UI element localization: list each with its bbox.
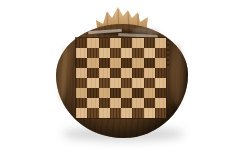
board-square [110, 88, 121, 98]
board-square [144, 98, 155, 108]
pin-dot [167, 64, 169, 66]
board-square [132, 68, 143, 78]
board-square [132, 108, 143, 118]
board-square [132, 88, 143, 98]
pin-dot [167, 39, 169, 41]
board-square [110, 58, 121, 68]
board-square [132, 48, 143, 58]
board-square [87, 48, 98, 58]
board-square [99, 88, 110, 98]
pin-dot [167, 54, 169, 56]
board-square [76, 98, 87, 108]
board-square [76, 68, 87, 78]
board-square [87, 38, 98, 48]
board-square [87, 68, 98, 78]
board-square [155, 98, 166, 108]
board-square [132, 78, 143, 88]
pin-dot [167, 59, 169, 61]
board-square [87, 78, 98, 88]
board-square [87, 108, 98, 118]
board-square [144, 38, 155, 48]
board-square [99, 98, 110, 108]
board-square [76, 88, 87, 98]
board-square [155, 48, 166, 58]
crown-base-shadow [95, 30, 149, 36]
board-square [144, 108, 155, 118]
board-square [155, 88, 166, 98]
board-square [110, 78, 121, 88]
board-square [99, 108, 110, 118]
board-square [155, 78, 166, 88]
board-square [121, 98, 132, 108]
board-square [110, 38, 121, 48]
board-square [76, 38, 87, 48]
board-square [132, 38, 143, 48]
board-square [121, 108, 132, 118]
board-square [121, 78, 132, 88]
board-square [144, 58, 155, 68]
board-square [76, 108, 87, 118]
board-square [144, 78, 155, 88]
board-square [99, 68, 110, 78]
board-square [144, 48, 155, 58]
board-square [99, 38, 110, 48]
board-square [110, 48, 121, 58]
board-square [121, 68, 132, 78]
board-square [87, 58, 98, 68]
board-square [87, 88, 98, 98]
board-square [76, 58, 87, 68]
board-square [110, 98, 121, 108]
board-square [132, 58, 143, 68]
board-square [110, 68, 121, 78]
board-square [121, 58, 132, 68]
board-square [76, 78, 87, 88]
board-square [155, 108, 166, 118]
chess-board [76, 38, 166, 118]
board-square [76, 48, 87, 58]
board-square [121, 38, 132, 48]
board-square [99, 58, 110, 68]
board-square [99, 48, 110, 58]
product-photo [0, 0, 240, 150]
board-square [155, 38, 166, 48]
board-square [144, 68, 155, 78]
pin-dot [167, 44, 169, 46]
board-square [132, 98, 143, 108]
board-square [155, 68, 166, 78]
board-square [144, 88, 155, 98]
board-square [99, 78, 110, 88]
board-square [110, 108, 121, 118]
pin-dot [167, 49, 169, 51]
board-square [121, 88, 132, 98]
board-square [155, 58, 166, 68]
board-square [87, 98, 98, 108]
board-square [121, 48, 132, 58]
